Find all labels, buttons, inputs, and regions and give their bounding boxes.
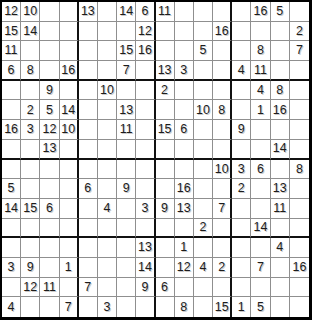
cell-r7c6[interactable] bbox=[98, 120, 117, 140]
cell-r1c13[interactable] bbox=[232, 2, 251, 22]
cell-r6c9[interactable] bbox=[156, 100, 175, 120]
cell-r9c11[interactable] bbox=[194, 160, 213, 180]
cell-r11c4[interactable] bbox=[60, 199, 79, 219]
cell-r6c12[interactable]: 8 bbox=[213, 100, 232, 120]
cell-r10c1[interactable]: 5 bbox=[2, 179, 21, 199]
cell-r12c10[interactable] bbox=[175, 219, 194, 239]
cell-r12c16[interactable] bbox=[290, 219, 309, 239]
cell-r16c12[interactable]: 15 bbox=[213, 297, 232, 317]
cell-r1c2[interactable]: 10 bbox=[21, 2, 40, 22]
cell-r14c1[interactable]: 3 bbox=[2, 258, 21, 278]
cell-r11c12[interactable]: 7 bbox=[213, 199, 232, 219]
cell-r1c8[interactable]: 6 bbox=[136, 2, 155, 22]
cell-r1c9[interactable]: 11 bbox=[156, 2, 175, 22]
cell-r11c6[interactable]: 4 bbox=[98, 199, 117, 219]
cell-r13c15[interactable]: 4 bbox=[271, 238, 290, 258]
cell-r16c11[interactable] bbox=[194, 297, 213, 317]
cell-r8c5[interactable] bbox=[79, 140, 98, 160]
cell-r12c7[interactable] bbox=[117, 219, 136, 239]
cell-r15c6[interactable] bbox=[98, 278, 117, 298]
cell-r15c11[interactable] bbox=[194, 278, 213, 298]
cell-r1c15[interactable]: 5 bbox=[271, 2, 290, 22]
cell-r16c2[interactable] bbox=[21, 297, 40, 317]
cell-r8c3[interactable]: 13 bbox=[40, 140, 59, 160]
cell-r9c14[interactable]: 6 bbox=[251, 160, 270, 180]
cell-r5c16[interactable] bbox=[290, 81, 309, 101]
cell-r7c15[interactable] bbox=[271, 120, 290, 140]
cell-r16c8[interactable] bbox=[136, 297, 155, 317]
cell-r13c14[interactable] bbox=[251, 238, 270, 258]
cell-r5c15[interactable]: 8 bbox=[271, 81, 290, 101]
cell-r9c6[interactable] bbox=[98, 160, 117, 180]
cell-r12c9[interactable] bbox=[156, 219, 175, 239]
cell-r3c7[interactable]: 15 bbox=[117, 41, 136, 61]
cell-r13c7[interactable] bbox=[117, 238, 136, 258]
cell-r16c7[interactable] bbox=[117, 297, 136, 317]
cell-r15c7[interactable] bbox=[117, 278, 136, 298]
cell-r10c4[interactable] bbox=[60, 179, 79, 199]
cell-r15c1[interactable] bbox=[2, 278, 21, 298]
cell-r9c9[interactable] bbox=[156, 160, 175, 180]
cell-r9c8[interactable] bbox=[136, 160, 155, 180]
cell-r2c3[interactable] bbox=[40, 22, 59, 42]
cell-r14c6[interactable] bbox=[98, 258, 117, 278]
cell-r1c4[interactable] bbox=[60, 2, 79, 22]
cell-r8c16[interactable] bbox=[290, 140, 309, 160]
cell-r2c4[interactable] bbox=[60, 22, 79, 42]
cell-r1c14[interactable]: 16 bbox=[251, 2, 270, 22]
cell-r10c16[interactable] bbox=[290, 179, 309, 199]
cell-r10c11[interactable] bbox=[194, 179, 213, 199]
cell-r9c4[interactable] bbox=[60, 160, 79, 180]
cell-r13c16[interactable] bbox=[290, 238, 309, 258]
cell-r14c8[interactable]: 14 bbox=[136, 258, 155, 278]
cell-r1c1[interactable]: 12 bbox=[2, 2, 21, 22]
cell-r6c6[interactable] bbox=[98, 100, 117, 120]
sudoku-board: 1210131461116515141216211151658768167133… bbox=[0, 0, 312, 320]
cell-r7c8[interactable] bbox=[136, 120, 155, 140]
cell-r7c10[interactable]: 6 bbox=[175, 120, 194, 140]
cell-r9c5[interactable] bbox=[79, 160, 98, 180]
cell-r13c12[interactable] bbox=[213, 238, 232, 258]
cell-r2c6[interactable] bbox=[98, 22, 117, 42]
cell-r14c9[interactable] bbox=[156, 258, 175, 278]
cell-r3c1[interactable]: 11 bbox=[2, 41, 21, 61]
cell-r3c15[interactable] bbox=[271, 41, 290, 61]
cell-r9c3[interactable] bbox=[40, 160, 59, 180]
cell-r10c3[interactable] bbox=[40, 179, 59, 199]
cell-r2c10[interactable] bbox=[175, 22, 194, 42]
cell-r7c3[interactable]: 12 bbox=[40, 120, 59, 140]
cell-r14c4[interactable]: 1 bbox=[60, 258, 79, 278]
cell-r12c15[interactable] bbox=[271, 219, 290, 239]
cell-r16c3[interactable] bbox=[40, 297, 59, 317]
cell-r11c9[interactable]: 9 bbox=[156, 199, 175, 219]
cell-r6c13[interactable] bbox=[232, 100, 251, 120]
cell-r8c8[interactable] bbox=[136, 140, 155, 160]
cell-r12c4[interactable] bbox=[60, 219, 79, 239]
cell-r12c8[interactable] bbox=[136, 219, 155, 239]
cell-r10c2[interactable] bbox=[21, 179, 40, 199]
cell-r7c13[interactable]: 9 bbox=[232, 120, 251, 140]
cell-r14c15[interactable] bbox=[271, 258, 290, 278]
cell-r3c9[interactable] bbox=[156, 41, 175, 61]
cell-r2c16[interactable]: 2 bbox=[290, 22, 309, 42]
cell-r16c1[interactable]: 4 bbox=[2, 297, 21, 317]
cell-r16c13[interactable]: 1 bbox=[232, 297, 251, 317]
cell-r15c14[interactable] bbox=[251, 278, 270, 298]
cell-r2c13[interactable] bbox=[232, 22, 251, 42]
cell-r3c14[interactable]: 8 bbox=[251, 41, 270, 61]
cell-r16c9[interactable] bbox=[156, 297, 175, 317]
cell-r11c13[interactable] bbox=[232, 199, 251, 219]
cell-r6c1[interactable] bbox=[2, 100, 21, 120]
cell-r2c15[interactable] bbox=[271, 22, 290, 42]
cell-r6c16[interactable] bbox=[290, 100, 309, 120]
cell-r12c12[interactable] bbox=[213, 219, 232, 239]
cell-r5c3[interactable]: 9 bbox=[40, 81, 59, 101]
cell-r11c2[interactable]: 15 bbox=[21, 199, 40, 219]
cell-r7c1[interactable]: 16 bbox=[2, 120, 21, 140]
cell-r12c11[interactable]: 2 bbox=[194, 219, 213, 239]
cell-r8c11[interactable] bbox=[194, 140, 213, 160]
cell-r1c10[interactable] bbox=[175, 2, 194, 22]
cell-r11c16[interactable] bbox=[290, 199, 309, 219]
cell-r15c15[interactable] bbox=[271, 278, 290, 298]
cell-r11c7[interactable] bbox=[117, 199, 136, 219]
cell-r4c4[interactable]: 16 bbox=[60, 61, 79, 81]
cell-r4c13[interactable]: 4 bbox=[232, 61, 251, 81]
cell-r14c13[interactable] bbox=[232, 258, 251, 278]
cell-r8c1[interactable] bbox=[2, 140, 21, 160]
cell-r10c8[interactable] bbox=[136, 179, 155, 199]
cell-r9c16[interactable]: 8 bbox=[290, 160, 309, 180]
cell-r4c6[interactable] bbox=[98, 61, 117, 81]
cell-r6c5[interactable] bbox=[79, 100, 98, 120]
cell-r8c2[interactable] bbox=[21, 140, 40, 160]
cell-r15c13[interactable] bbox=[232, 278, 251, 298]
cell-r10c7[interactable]: 9 bbox=[117, 179, 136, 199]
cell-r1c3[interactable] bbox=[40, 2, 59, 22]
cell-r7c2[interactable]: 3 bbox=[21, 120, 40, 140]
cell-r15c8[interactable]: 9 bbox=[136, 278, 155, 298]
cell-r4c15[interactable] bbox=[271, 61, 290, 81]
cell-r16c14[interactable]: 5 bbox=[251, 297, 270, 317]
cell-r12c1[interactable] bbox=[2, 219, 21, 239]
cell-r14c5[interactable] bbox=[79, 258, 98, 278]
cell-r4c14[interactable]: 11 bbox=[251, 61, 270, 81]
cell-r5c11[interactable] bbox=[194, 81, 213, 101]
cell-r10c14[interactable] bbox=[251, 179, 270, 199]
cell-r4c8[interactable] bbox=[136, 61, 155, 81]
cell-r13c8[interactable]: 13 bbox=[136, 238, 155, 258]
cell-r15c10[interactable] bbox=[175, 278, 194, 298]
cell-r4c3[interactable] bbox=[40, 61, 59, 81]
cell-r14c14[interactable]: 7 bbox=[251, 258, 270, 278]
cell-r3c2[interactable] bbox=[21, 41, 40, 61]
cell-r3c10[interactable] bbox=[175, 41, 194, 61]
cell-r15c2[interactable]: 12 bbox=[21, 278, 40, 298]
cell-r5c6[interactable]: 10 bbox=[98, 81, 117, 101]
cell-r8c10[interactable] bbox=[175, 140, 194, 160]
cell-r8c15[interactable]: 14 bbox=[271, 140, 290, 160]
cell-r9c15[interactable] bbox=[271, 160, 290, 180]
cell-r11c5[interactable] bbox=[79, 199, 98, 219]
cell-r5c1[interactable] bbox=[2, 81, 21, 101]
cell-r9c13[interactable]: 3 bbox=[232, 160, 251, 180]
cell-r15c9[interactable]: 6 bbox=[156, 278, 175, 298]
cell-r15c4[interactable] bbox=[60, 278, 79, 298]
cell-r2c7[interactable] bbox=[117, 22, 136, 42]
cell-r7c5[interactable] bbox=[79, 120, 98, 140]
cell-r14c16[interactable]: 16 bbox=[290, 258, 309, 278]
cell-r9c10[interactable] bbox=[175, 160, 194, 180]
cell-r15c16[interactable] bbox=[290, 278, 309, 298]
cell-r3c12[interactable] bbox=[213, 41, 232, 61]
cell-r10c15[interactable]: 13 bbox=[271, 179, 290, 199]
cell-r16c16[interactable] bbox=[290, 297, 309, 317]
cell-r13c4[interactable] bbox=[60, 238, 79, 258]
cell-r10c10[interactable]: 16 bbox=[175, 179, 194, 199]
cell-r8c9[interactable] bbox=[156, 140, 175, 160]
cell-r13c10[interactable]: 1 bbox=[175, 238, 194, 258]
cell-r3c5[interactable] bbox=[79, 41, 98, 61]
cell-r1c16[interactable] bbox=[290, 2, 309, 22]
cell-r4c10[interactable]: 3 bbox=[175, 61, 194, 81]
cell-r14c7[interactable] bbox=[117, 258, 136, 278]
cell-r14c3[interactable] bbox=[40, 258, 59, 278]
cell-r10c6[interactable] bbox=[98, 179, 117, 199]
cell-r8c7[interactable] bbox=[117, 140, 136, 160]
cell-r7c7[interactable]: 11 bbox=[117, 120, 136, 140]
cell-r2c5[interactable] bbox=[79, 22, 98, 42]
cell-r7c14[interactable] bbox=[251, 120, 270, 140]
cell-r6c10[interactable] bbox=[175, 100, 194, 120]
cell-r14c12[interactable]: 2 bbox=[213, 258, 232, 278]
cell-r10c9[interactable] bbox=[156, 179, 175, 199]
cell-r4c1[interactable]: 6 bbox=[2, 61, 21, 81]
cell-r5c14[interactable]: 4 bbox=[251, 81, 270, 101]
cell-r13c11[interactable] bbox=[194, 238, 213, 258]
cell-r4c11[interactable] bbox=[194, 61, 213, 81]
cell-r1c12[interactable] bbox=[213, 2, 232, 22]
cell-r3c4[interactable] bbox=[60, 41, 79, 61]
cell-r6c7[interactable]: 13 bbox=[117, 100, 136, 120]
cell-r6c14[interactable]: 1 bbox=[251, 100, 270, 120]
cell-r14c2[interactable]: 9 bbox=[21, 258, 40, 278]
cell-r5c13[interactable] bbox=[232, 81, 251, 101]
cell-r2c8[interactable]: 12 bbox=[136, 22, 155, 42]
cell-r5c5[interactable] bbox=[79, 81, 98, 101]
cell-r11c8[interactable]: 3 bbox=[136, 199, 155, 219]
cell-r14c11[interactable]: 4 bbox=[194, 258, 213, 278]
cell-r6c11[interactable]: 10 bbox=[194, 100, 213, 120]
cell-r13c13[interactable] bbox=[232, 238, 251, 258]
cell-r9c12[interactable]: 10 bbox=[213, 160, 232, 180]
cell-r11c14[interactable] bbox=[251, 199, 270, 219]
cell-r13c6[interactable] bbox=[98, 238, 117, 258]
cell-r13c2[interactable] bbox=[21, 238, 40, 258]
cell-r8c14[interactable] bbox=[251, 140, 270, 160]
cell-r12c5[interactable] bbox=[79, 219, 98, 239]
cell-r13c1[interactable] bbox=[2, 238, 21, 258]
cell-r16c10[interactable]: 8 bbox=[175, 297, 194, 317]
cell-r7c12[interactable] bbox=[213, 120, 232, 140]
cell-r5c12[interactable] bbox=[213, 81, 232, 101]
cell-r11c10[interactable]: 13 bbox=[175, 199, 194, 219]
cell-r1c7[interactable]: 14 bbox=[117, 2, 136, 22]
cell-r5c8[interactable] bbox=[136, 81, 155, 101]
cell-r16c15[interactable] bbox=[271, 297, 290, 317]
cell-r2c12[interactable]: 16 bbox=[213, 22, 232, 42]
cell-r3c13[interactable] bbox=[232, 41, 251, 61]
cell-r7c9[interactable]: 15 bbox=[156, 120, 175, 140]
cell-r4c2[interactable]: 8 bbox=[21, 61, 40, 81]
cell-r15c5[interactable]: 7 bbox=[79, 278, 98, 298]
cell-r4c9[interactable]: 13 bbox=[156, 61, 175, 81]
cell-r7c16[interactable] bbox=[290, 120, 309, 140]
cell-r3c8[interactable]: 16 bbox=[136, 41, 155, 61]
cell-r5c10[interactable] bbox=[175, 81, 194, 101]
cell-r15c12[interactable] bbox=[213, 278, 232, 298]
cell-r12c14[interactable]: 14 bbox=[251, 219, 270, 239]
cell-r14c10[interactable]: 12 bbox=[175, 258, 194, 278]
cell-r4c12[interactable] bbox=[213, 61, 232, 81]
cell-r2c1[interactable]: 15 bbox=[2, 22, 21, 42]
cell-r1c5[interactable]: 13 bbox=[79, 2, 98, 22]
cell-r5c9[interactable]: 2 bbox=[156, 81, 175, 101]
cell-r7c4[interactable]: 10 bbox=[60, 120, 79, 140]
cell-r3c16[interactable]: 7 bbox=[290, 41, 309, 61]
cell-r5c2[interactable] bbox=[21, 81, 40, 101]
cell-r4c5[interactable] bbox=[79, 61, 98, 81]
cell-r13c3[interactable] bbox=[40, 238, 59, 258]
cell-r5c7[interactable] bbox=[117, 81, 136, 101]
cell-r6c4[interactable]: 14 bbox=[60, 100, 79, 120]
cell-r12c2[interactable] bbox=[21, 219, 40, 239]
cell-r9c2[interactable] bbox=[21, 160, 40, 180]
cell-r7c11[interactable] bbox=[194, 120, 213, 140]
cell-r4c7[interactable]: 7 bbox=[117, 61, 136, 81]
cell-r10c13[interactable]: 2 bbox=[232, 179, 251, 199]
cell-r1c11[interactable] bbox=[194, 2, 213, 22]
cell-r6c2[interactable]: 2 bbox=[21, 100, 40, 120]
cell-r13c5[interactable] bbox=[79, 238, 98, 258]
cell-r2c11[interactable] bbox=[194, 22, 213, 42]
cell-r8c13[interactable] bbox=[232, 140, 251, 160]
cell-r8c6[interactable] bbox=[98, 140, 117, 160]
cell-r11c1[interactable]: 14 bbox=[2, 199, 21, 219]
cell-r3c11[interactable]: 5 bbox=[194, 41, 213, 61]
cell-r6c8[interactable] bbox=[136, 100, 155, 120]
cell-r2c9[interactable] bbox=[156, 22, 175, 42]
cell-r10c5[interactable]: 6 bbox=[79, 179, 98, 199]
cell-r4c16[interactable] bbox=[290, 61, 309, 81]
cell-r5c4[interactable] bbox=[60, 81, 79, 101]
cell-r16c6[interactable]: 3 bbox=[98, 297, 117, 317]
cell-r16c5[interactable] bbox=[79, 297, 98, 317]
cell-r15c3[interactable]: 11 bbox=[40, 278, 59, 298]
cell-r12c13[interactable] bbox=[232, 219, 251, 239]
cell-r12c6[interactable] bbox=[98, 219, 117, 239]
cell-r1c6[interactable] bbox=[98, 2, 117, 22]
cell-r9c7[interactable] bbox=[117, 160, 136, 180]
cell-r3c3[interactable] bbox=[40, 41, 59, 61]
cell-r9c1[interactable] bbox=[2, 160, 21, 180]
cell-r2c14[interactable] bbox=[251, 22, 270, 42]
cell-r13c9[interactable] bbox=[156, 238, 175, 258]
cell-r16c4[interactable]: 7 bbox=[60, 297, 79, 317]
cell-r11c3[interactable]: 6 bbox=[40, 199, 59, 219]
cell-r11c15[interactable]: 11 bbox=[271, 199, 290, 219]
cell-r12c3[interactable] bbox=[40, 219, 59, 239]
cell-r11c11[interactable] bbox=[194, 199, 213, 219]
cell-r8c12[interactable] bbox=[213, 140, 232, 160]
cell-r2c2[interactable]: 14 bbox=[21, 22, 40, 42]
cell-r6c15[interactable]: 16 bbox=[271, 100, 290, 120]
cell-r10c12[interactable] bbox=[213, 179, 232, 199]
cell-r3c6[interactable] bbox=[98, 41, 117, 61]
cell-r6c3[interactable]: 5 bbox=[40, 100, 59, 120]
cell-r8c4[interactable] bbox=[60, 140, 79, 160]
